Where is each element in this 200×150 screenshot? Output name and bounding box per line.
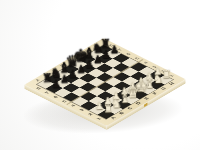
product-photo-canvas: ABCDEFGH ABCDEFGH 87654321 87654321 ♜♞♝♛…	[0, 0, 200, 150]
pieces-layer: ♜♞♝♛♚♝♞♜♟♟♟♟♟♟♟♟♟♟♟♟♟♟♟♟♜♞♝♛♚♝♞♜	[37, 45, 173, 119]
board-wrapper: ABCDEFGH ABCDEFGH 87654321 87654321 ♜♞♝♛…	[46, 23, 164, 141]
chess-board: ABCDEFGH ABCDEFGH 87654321 87654321 ♜♞♝♛…	[24, 38, 185, 126]
piece-white-rook-a1: ♜	[102, 97, 115, 115]
piece-black-pawn-a7: ♟	[50, 71, 63, 89]
brass-clasp-icon	[144, 103, 148, 108]
